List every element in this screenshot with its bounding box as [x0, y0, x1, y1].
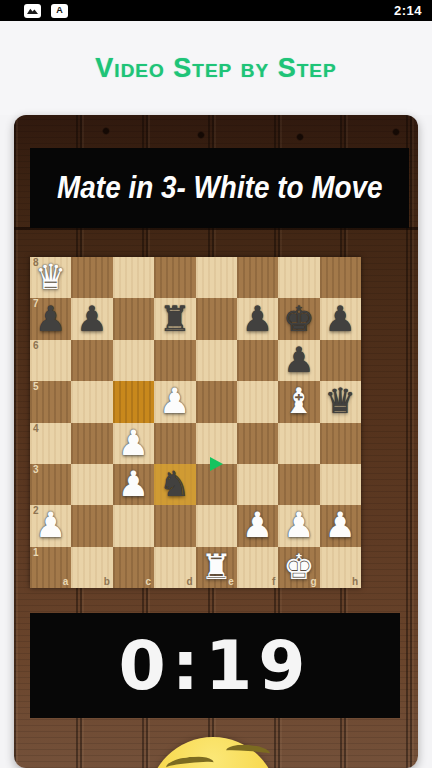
square-b1: b — [71, 547, 112, 588]
rank-label: 1 — [33, 548, 39, 558]
square-c4: ♟ — [113, 423, 154, 464]
piece-black-pawn: ♟ — [35, 302, 66, 337]
piece-white-pawn: ♟ — [325, 508, 356, 543]
square-a4: 4 — [30, 423, 71, 464]
square-d5: ♟ — [154, 381, 195, 422]
rank-label: 2 — [33, 506, 39, 516]
piece-white-pawn: ♟ — [118, 467, 149, 502]
square-g2: ♟ — [278, 505, 319, 546]
notification-icons: A — [24, 4, 68, 18]
square-b7: ♟ — [71, 298, 112, 339]
square-c7 — [113, 298, 154, 339]
square-f4 — [237, 423, 278, 464]
board-grid: 8♛7♟♟♜♟♚♟6♟5♟♝♛4♟3♟♞2♟♟♟♟1abcde♜fg♚h — [30, 257, 361, 588]
square-b2 — [71, 505, 112, 546]
square-a3: 3 — [30, 464, 71, 505]
left-eyebrow — [165, 755, 214, 768]
header: Video Step by Step — [0, 21, 432, 115]
video-player[interactable]: Mate in 3- White to Move 8♛7♟♟♜♟♚♟6♟5♟♝♛… — [14, 115, 418, 768]
piece-white-pawn: ♟ — [118, 426, 149, 461]
rank-label: 3 — [33, 465, 39, 475]
square-a6: 6 — [30, 340, 71, 381]
square-b3 — [71, 464, 112, 505]
square-h3 — [320, 464, 361, 505]
square-h1: h — [320, 547, 361, 588]
square-d7: ♜ — [154, 298, 195, 339]
square-d1: d — [154, 547, 195, 588]
square-g1: g♚ — [278, 547, 319, 588]
square-c8 — [113, 257, 154, 298]
piece-white-pawn: ♟ — [242, 508, 273, 543]
square-f2: ♟ — [237, 505, 278, 546]
chess-board: 8♛7♟♟♜♟♚♟6♟5♟♝♛4♟3♟♞2♟♟♟♟1abcde♜fg♚h — [30, 257, 361, 588]
piece-black-pawn: ♟ — [242, 302, 273, 337]
piece-black-knight: ♞ — [159, 467, 190, 502]
square-d3: ♞ — [154, 464, 195, 505]
square-c1: c — [113, 547, 154, 588]
square-g4 — [278, 423, 319, 464]
mountain-glyph — [27, 7, 38, 14]
square-g8 — [278, 257, 319, 298]
status-time: 2:14 — [394, 3, 422, 18]
square-e7 — [196, 298, 237, 339]
file-label: a — [63, 577, 69, 587]
square-f3 — [237, 464, 278, 505]
rank-label: 6 — [33, 341, 39, 351]
square-c3: ♟ — [113, 464, 154, 505]
square-h2: ♟ — [320, 505, 361, 546]
status-bar: A 2:14 — [0, 0, 432, 21]
square-b6 — [71, 340, 112, 381]
square-b4 — [71, 423, 112, 464]
square-e2 — [196, 505, 237, 546]
square-b8 — [71, 257, 112, 298]
square-d4 — [154, 423, 195, 464]
file-label: d — [186, 577, 192, 587]
square-f1: f — [237, 547, 278, 588]
square-d8 — [154, 257, 195, 298]
file-label: g — [311, 577, 317, 587]
piece-white-rook: ♜ — [200, 550, 231, 585]
square-h7: ♟ — [320, 298, 361, 339]
rank-label: 7 — [33, 299, 39, 309]
square-a8: 8♛ — [30, 257, 71, 298]
square-a5: 5 — [30, 381, 71, 422]
rank-label: 4 — [33, 424, 39, 434]
square-g3 — [278, 464, 319, 505]
square-f7: ♟ — [237, 298, 278, 339]
letter-a-notification-icon: A — [51, 4, 68, 18]
rank-label: 5 — [33, 382, 39, 392]
piece-black-rook: ♜ — [159, 302, 190, 337]
piece-white-pawn: ♟ — [283, 508, 314, 543]
letter-a-glyph: A — [56, 6, 63, 15]
piece-black-pawn: ♟ — [76, 302, 107, 337]
square-h4 — [320, 423, 361, 464]
square-h5: ♛ — [320, 381, 361, 422]
piece-black-king: ♚ — [283, 302, 314, 337]
square-h6 — [320, 340, 361, 381]
square-d6 — [154, 340, 195, 381]
square-g5: ♝ — [278, 381, 319, 422]
square-a1: 1a — [30, 547, 71, 588]
file-label: h — [352, 577, 358, 587]
square-e5 — [196, 381, 237, 422]
rank-label: 8 — [33, 258, 39, 268]
piece-black-queen: ♛ — [325, 384, 356, 419]
square-c5 — [113, 381, 154, 422]
piece-white-pawn: ♟ — [35, 508, 66, 543]
square-f6 — [237, 340, 278, 381]
square-g7: ♚ — [278, 298, 319, 339]
square-g6: ♟ — [278, 340, 319, 381]
timer-banner: 0:19 — [30, 613, 400, 718]
square-e1: e♜ — [196, 547, 237, 588]
piece-white-queen: ♛ — [35, 260, 66, 295]
timer-value: 0:19 — [118, 626, 311, 705]
square-a7: 7♟ — [30, 298, 71, 339]
piece-white-bishop: ♝ — [283, 384, 314, 419]
square-b5 — [71, 381, 112, 422]
play-marker-icon — [210, 457, 223, 471]
page-title: Video Step by Step — [95, 53, 336, 84]
square-f8 — [237, 257, 278, 298]
image-notification-icon — [24, 4, 41, 18]
file-label: f — [272, 577, 275, 587]
square-e8 — [196, 257, 237, 298]
square-d2 — [154, 505, 195, 546]
square-f5 — [237, 381, 278, 422]
piece-black-pawn: ♟ — [325, 302, 356, 337]
puzzle-banner-text: Mate in 3- White to Move — [57, 170, 383, 206]
file-label: c — [146, 577, 152, 587]
square-c2 — [113, 505, 154, 546]
square-c6 — [113, 340, 154, 381]
square-a2: 2♟ — [30, 505, 71, 546]
piece-black-pawn: ♟ — [283, 343, 314, 378]
square-e6 — [196, 340, 237, 381]
file-label: e — [228, 577, 234, 587]
square-h8 — [320, 257, 361, 298]
file-label: b — [104, 577, 110, 587]
puzzle-banner: Mate in 3- White to Move — [30, 148, 409, 228]
piece-white-pawn: ♟ — [159, 384, 190, 419]
